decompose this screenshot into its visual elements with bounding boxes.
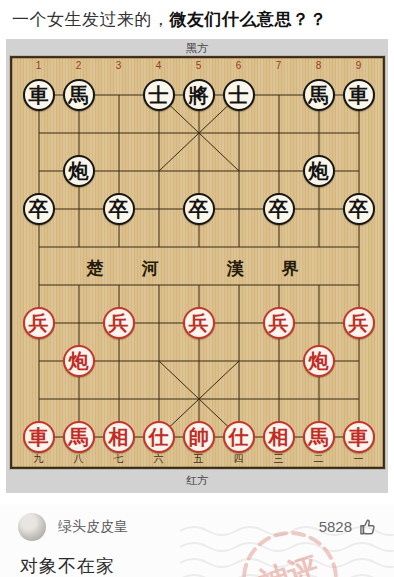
like-count: 5828 (319, 518, 352, 535)
piece-black-車: 車 (343, 79, 375, 111)
file-number-cn: 九 (19, 452, 59, 466)
piece-black-炮: 炮 (303, 155, 335, 187)
xiangqi-board-image: 黑方 123456789 車馬士將士馬車炮炮卒卒卒卒卒兵兵兵兵兵炮炮車馬相仕帥仕… (6, 39, 388, 493)
piece-red-炮: 炮 (303, 345, 335, 377)
file-number-cn: 四 (219, 452, 259, 466)
piece-red-馬: 馬 (303, 421, 335, 453)
piece-black-卒: 卒 (23, 193, 55, 225)
file-number: 2 (59, 60, 99, 71)
file-number-cn: 七 (99, 452, 139, 466)
xiangqi-board: 123456789 車馬士將士馬車炮炮卒卒卒卒卒兵兵兵兵兵炮炮車馬相仕帥仕相馬車… (10, 56, 385, 469)
piece-red-兵: 兵 (183, 307, 215, 339)
file-number: 9 (339, 60, 379, 71)
piece-black-馬: 馬 (303, 79, 335, 111)
piece-black-炮: 炮 (63, 155, 95, 187)
piece-black-卒: 卒 (263, 193, 295, 225)
piece-black-卒: 卒 (343, 193, 375, 225)
piece-red-相: 相 (263, 421, 295, 453)
file-number: 5 (179, 60, 219, 71)
avatar[interactable] (18, 513, 46, 541)
file-number-cn: 八 (59, 452, 99, 466)
piece-red-炮: 炮 (63, 345, 95, 377)
like-button[interactable]: 5828 (319, 517, 378, 537)
piece-red-車: 車 (23, 421, 55, 453)
piece-red-相: 相 (103, 421, 135, 453)
piece-red-仕: 仕 (223, 421, 255, 453)
piece-black-將: 將 (183, 79, 215, 111)
piece-black-士: 士 (223, 79, 255, 111)
piece-red-帥: 帥 (183, 421, 215, 453)
piece-black-車: 車 (23, 79, 55, 111)
piece-black-卒: 卒 (183, 193, 215, 225)
piece-red-仕: 仕 (143, 421, 175, 453)
board-coords-top: 123456789 (19, 60, 379, 71)
post-title-question: 微友们什么意思？？ (170, 10, 328, 29)
piece-black-士: 士 (143, 79, 175, 111)
file-number-cn: 二 (299, 452, 339, 466)
piece-black-卒: 卒 (103, 193, 135, 225)
comment-card: 神评 ★ ★ ★ 绿头皮皮皇 5828 对象不在家 (0, 505, 394, 577)
river-label-right: 漢 界 (227, 257, 315, 280)
board-pieces: 車馬士將士馬車炮炮卒卒卒卒卒兵兵兵兵兵炮炮車馬相仕帥仕相馬車 (19, 76, 379, 456)
comment-text: 对象不在家 (20, 554, 394, 577)
file-number: 8 (299, 60, 339, 71)
file-number-cn: 三 (259, 452, 299, 466)
file-number: 4 (139, 60, 179, 71)
file-number: 7 (259, 60, 299, 71)
piece-red-兵: 兵 (263, 307, 295, 339)
black-side-label: 黑方 (6, 41, 388, 56)
river-label-left: 楚 河 (87, 257, 175, 280)
piece-red-兵: 兵 (103, 307, 135, 339)
post-title-prefix: 一个女生发过来的， (12, 10, 170, 29)
piece-red-車: 車 (343, 421, 375, 453)
file-number-cn: 五 (179, 452, 219, 466)
thumbs-up-icon (358, 517, 378, 537)
username[interactable]: 绿头皮皮皇 (58, 518, 128, 536)
piece-black-馬: 馬 (63, 79, 95, 111)
post-title: 一个女生发过来的，微友们什么意思？？ (0, 0, 394, 39)
file-number: 3 (99, 60, 139, 71)
piece-red-馬: 馬 (63, 421, 95, 453)
file-number: 6 (219, 60, 259, 71)
file-number-cn: 一 (339, 452, 379, 466)
piece-red-兵: 兵 (23, 307, 55, 339)
file-number-cn: 六 (139, 452, 179, 466)
file-number: 1 (19, 60, 59, 71)
comment-header: 绿头皮皮皇 5828 (0, 505, 394, 541)
red-side-label: 红方 (6, 469, 388, 489)
board-coords-bottom: 九八七六五四三二一 (19, 452, 379, 466)
piece-red-兵: 兵 (343, 307, 375, 339)
